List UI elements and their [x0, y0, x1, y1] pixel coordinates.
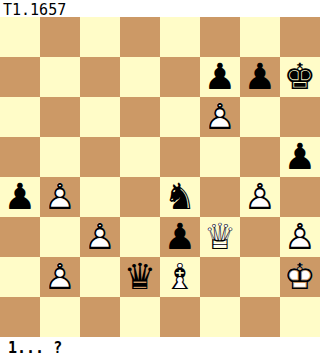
- square-d3[interactable]: [120, 217, 160, 257]
- square-h2[interactable]: ♚♔: [280, 257, 320, 297]
- square-c2[interactable]: [80, 257, 120, 297]
- square-b1[interactable]: [40, 297, 80, 337]
- square-d1[interactable]: [120, 297, 160, 337]
- square-d2[interactable]: ♛: [120, 257, 160, 297]
- piece-black-pawn: ♟: [160, 217, 200, 257]
- square-b4[interactable]: ♟♙: [40, 177, 80, 217]
- piece-black-pawn: ♟: [0, 177, 40, 217]
- square-f5[interactable]: [200, 137, 240, 177]
- piece-white-pawn: ♟♙: [40, 257, 80, 297]
- square-c3[interactable]: ♟♙: [80, 217, 120, 257]
- square-e3[interactable]: ♟: [160, 217, 200, 257]
- square-c6[interactable]: [80, 97, 120, 137]
- piece-white-pawn: ♟♙: [240, 177, 280, 217]
- square-f6[interactable]: ♟♙: [200, 97, 240, 137]
- chess-board: ♟♟♚♟♙♟♟♟♙♞♟♙♟♙♟♛♕♟♙♟♙♛♝♗♚♔: [0, 17, 320, 337]
- piece-white-king: ♚♔: [280, 257, 320, 297]
- square-b5[interactable]: [40, 137, 80, 177]
- square-c8[interactable]: [80, 17, 120, 57]
- piece-black-knight: ♞: [160, 177, 200, 217]
- square-f7[interactable]: ♟: [200, 57, 240, 97]
- square-h8[interactable]: [280, 17, 320, 57]
- square-b7[interactable]: [40, 57, 80, 97]
- piece-black-pawn: ♟: [240, 57, 280, 97]
- square-d6[interactable]: [120, 97, 160, 137]
- square-a5[interactable]: [0, 137, 40, 177]
- square-e4[interactable]: ♞: [160, 177, 200, 217]
- square-c5[interactable]: [80, 137, 120, 177]
- square-h3[interactable]: ♟♙: [280, 217, 320, 257]
- square-d8[interactable]: [120, 17, 160, 57]
- square-a4[interactable]: ♟: [0, 177, 40, 217]
- square-c1[interactable]: [80, 297, 120, 337]
- move-prompt: 1... ?: [8, 339, 62, 357]
- square-b8[interactable]: [40, 17, 80, 57]
- square-a7[interactable]: [0, 57, 40, 97]
- piece-black-king: ♚: [280, 57, 320, 97]
- square-h6[interactable]: [280, 97, 320, 137]
- square-g4[interactable]: ♟♙: [240, 177, 280, 217]
- square-a2[interactable]: [0, 257, 40, 297]
- square-g1[interactable]: [240, 297, 280, 337]
- square-f4[interactable]: [200, 177, 240, 217]
- piece-white-pawn: ♟♙: [40, 177, 80, 217]
- square-a8[interactable]: [0, 17, 40, 57]
- square-e5[interactable]: [160, 137, 200, 177]
- piece-white-pawn: ♟♙: [80, 217, 120, 257]
- piece-black-queen: ♛: [120, 257, 160, 297]
- square-e8[interactable]: [160, 17, 200, 57]
- square-d7[interactable]: [120, 57, 160, 97]
- square-b3[interactable]: [40, 217, 80, 257]
- square-h1[interactable]: [280, 297, 320, 337]
- piece-white-bishop: ♝♗: [160, 257, 200, 297]
- square-g8[interactable]: [240, 17, 280, 57]
- piece-white-queen: ♛♕: [200, 217, 240, 257]
- piece-white-pawn: ♟♙: [200, 97, 240, 137]
- square-f3[interactable]: ♛♕: [200, 217, 240, 257]
- square-h4[interactable]: [280, 177, 320, 217]
- square-a1[interactable]: [0, 297, 40, 337]
- square-g6[interactable]: [240, 97, 280, 137]
- square-c4[interactable]: [80, 177, 120, 217]
- square-e6[interactable]: [160, 97, 200, 137]
- square-f2[interactable]: [200, 257, 240, 297]
- square-e7[interactable]: [160, 57, 200, 97]
- square-d4[interactable]: [120, 177, 160, 217]
- square-g5[interactable]: [240, 137, 280, 177]
- square-f1[interactable]: [200, 297, 240, 337]
- square-e1[interactable]: [160, 297, 200, 337]
- square-b6[interactable]: [40, 97, 80, 137]
- square-h5[interactable]: ♟: [280, 137, 320, 177]
- square-a6[interactable]: [0, 97, 40, 137]
- piece-black-pawn: ♟: [200, 57, 240, 97]
- piece-black-pawn: ♟: [280, 137, 320, 177]
- square-a3[interactable]: [0, 217, 40, 257]
- square-e2[interactable]: ♝♗: [160, 257, 200, 297]
- square-g7[interactable]: ♟: [240, 57, 280, 97]
- square-c7[interactable]: [80, 57, 120, 97]
- square-b2[interactable]: ♟♙: [40, 257, 80, 297]
- square-f8[interactable]: [200, 17, 240, 57]
- piece-white-pawn: ♟♙: [280, 217, 320, 257]
- square-h7[interactable]: ♚: [280, 57, 320, 97]
- square-g3[interactable]: [240, 217, 280, 257]
- square-d5[interactable]: [120, 137, 160, 177]
- square-g2[interactable]: [240, 257, 280, 297]
